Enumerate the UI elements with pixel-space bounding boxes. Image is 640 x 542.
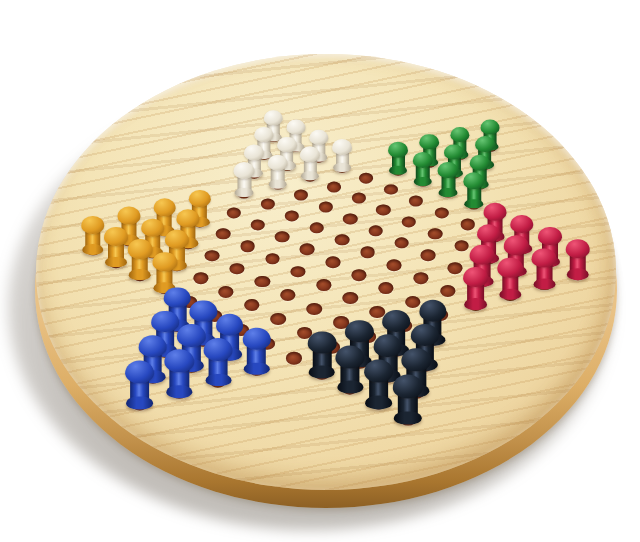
peg-blue[interactable]: [204, 338, 233, 386]
peg-cap: [510, 215, 533, 233]
peg-cap: [475, 136, 495, 151]
peg-base: [105, 257, 127, 268]
peg-cap: [244, 144, 264, 160]
hole[interactable]: [240, 241, 255, 252]
peg-cap: [188, 190, 210, 207]
hole[interactable]: [402, 216, 416, 227]
hole[interactable]: [343, 213, 357, 224]
peg-cap: [216, 314, 244, 336]
peg-base: [464, 199, 483, 209]
peg-cap: [308, 331, 337, 353]
hole[interactable]: [285, 210, 299, 221]
peg-cap: [413, 152, 433, 168]
peg-white[interactable]: [300, 147, 320, 181]
peg-cap: [498, 258, 523, 278]
hole[interactable]: [376, 204, 390, 215]
hole[interactable]: [307, 303, 323, 315]
hole[interactable]: [394, 237, 409, 248]
peg-cap: [532, 248, 557, 268]
peg-cap: [463, 267, 489, 287]
peg-base: [464, 298, 487, 310]
peg-base: [126, 396, 153, 409]
peg-green[interactable]: [413, 152, 433, 186]
peg-base: [499, 288, 522, 299]
hole[interactable]: [454, 240, 469, 251]
peg-green[interactable]: [438, 162, 459, 197]
peg-cap: [254, 127, 273, 142]
peg-base: [333, 163, 351, 172]
peg-base: [439, 188, 458, 197]
peg-red[interactable]: [566, 239, 591, 280]
peg-cap: [470, 245, 495, 264]
peg-cap: [234, 162, 255, 178]
peg-cap: [177, 210, 200, 228]
peg-cap: [419, 300, 446, 321]
hole[interactable]: [327, 181, 341, 192]
peg-cap: [177, 324, 205, 346]
peg-red[interactable]: [463, 267, 489, 310]
peg-cap: [504, 236, 528, 255]
peg-base: [365, 396, 392, 409]
hole[interactable]: [309, 222, 324, 233]
hole[interactable]: [351, 193, 365, 204]
peg-cap: [345, 321, 373, 343]
peg-black[interactable]: [308, 331, 337, 379]
hole[interactable]: [384, 184, 398, 195]
chinese-checkers-scene: [0, 0, 640, 542]
hole[interactable]: [435, 207, 449, 218]
hole[interactable]: [409, 195, 423, 206]
peg-base: [244, 362, 270, 375]
hole[interactable]: [270, 313, 286, 325]
peg-cap: [165, 349, 194, 372]
hole[interactable]: [275, 231, 290, 242]
peg-base: [82, 244, 103, 255]
peg-cap: [81, 215, 104, 233]
peg-cap: [538, 227, 562, 246]
peg-cap: [335, 345, 364, 368]
hole[interactable]: [386, 259, 401, 271]
peg-blue[interactable]: [125, 360, 155, 410]
hole[interactable]: [420, 250, 435, 262]
hole[interactable]: [360, 247, 375, 259]
hole[interactable]: [326, 256, 341, 268]
peg-base: [394, 411, 421, 425]
peg-yellow[interactable]: [81, 215, 104, 254]
peg-cap: [309, 129, 328, 144]
hole[interactable]: [216, 228, 231, 239]
peg-base: [309, 366, 335, 379]
peg-red[interactable]: [532, 248, 557, 290]
hole[interactable]: [359, 173, 373, 184]
peg-base: [268, 180, 287, 189]
hole[interactable]: [351, 269, 366, 281]
hole[interactable]: [255, 276, 270, 288]
peg-white[interactable]: [234, 162, 255, 197]
peg-green[interactable]: [463, 173, 484, 209]
hole[interactable]: [343, 292, 358, 304]
peg-cap: [566, 239, 591, 258]
peg-cap: [104, 227, 128, 246]
peg-cap: [483, 203, 506, 221]
hole[interactable]: [261, 199, 275, 210]
peg-blue[interactable]: [242, 328, 270, 375]
peg-cap: [242, 328, 270, 350]
peg-cap: [151, 311, 179, 333]
peg-cap: [300, 147, 320, 163]
hole[interactable]: [251, 219, 266, 230]
hole[interactable]: [205, 250, 220, 262]
peg-cap: [332, 139, 352, 155]
peg-cap: [153, 198, 176, 216]
peg-base: [533, 278, 555, 289]
peg-blue[interactable]: [165, 349, 194, 398]
peg-cap: [164, 287, 191, 308]
peg-cap: [128, 239, 153, 258]
hole[interactable]: [286, 352, 302, 364]
peg-cap: [117, 207, 140, 225]
peg-cap: [450, 127, 469, 142]
peg-base: [205, 373, 231, 386]
peg-cap: [190, 300, 217, 321]
peg-white[interactable]: [267, 154, 288, 188]
peg-cap: [481, 120, 500, 135]
peg-base: [301, 171, 319, 180]
peg-cap: [141, 218, 165, 236]
peg-base: [337, 381, 363, 394]
peg-black[interactable]: [335, 345, 364, 394]
peg-cap: [152, 252, 177, 272]
peg-cap: [438, 162, 459, 178]
hole[interactable]: [294, 190, 308, 201]
peg-cap: [138, 335, 167, 357]
peg-cap: [383, 310, 411, 332]
hole[interactable]: [193, 273, 208, 285]
peg-base: [129, 269, 151, 280]
hole[interactable]: [244, 299, 260, 311]
hole[interactable]: [334, 234, 349, 245]
hole[interactable]: [280, 289, 295, 301]
hole[interactable]: [290, 266, 305, 278]
peg-cap: [264, 110, 282, 124]
peg-cap: [373, 334, 402, 356]
peg-cap: [393, 374, 423, 398]
hole[interactable]: [440, 285, 455, 297]
hole[interactable]: [413, 272, 428, 284]
peg-base: [567, 269, 589, 280]
hole[interactable]: [318, 201, 332, 212]
holes-and-pegs-layer: [0, 0, 640, 542]
peg-cap: [477, 224, 501, 243]
hole[interactable]: [300, 244, 315, 255]
peg-base: [389, 166, 407, 175]
hole[interactable]: [428, 228, 443, 239]
hole[interactable]: [378, 282, 393, 294]
peg-cap: [411, 324, 439, 346]
hole[interactable]: [227, 207, 241, 218]
peg-cap: [204, 338, 233, 361]
peg-cap: [402, 349, 431, 372]
hole[interactable]: [368, 225, 383, 236]
peg-base: [414, 177, 432, 186]
hole[interactable]: [447, 262, 462, 274]
hole[interactable]: [461, 219, 476, 230]
peg-base: [166, 385, 192, 398]
peg-cap: [164, 230, 188, 249]
peg-cap: [420, 134, 440, 149]
hole[interactable]: [230, 263, 245, 275]
peg-cap: [469, 154, 490, 170]
peg-black[interactable]: [364, 360, 394, 410]
peg-cap: [388, 142, 408, 158]
peg-green[interactable]: [388, 142, 408, 175]
hole[interactable]: [218, 286, 233, 298]
peg-yellow[interactable]: [128, 239, 153, 280]
hole[interactable]: [265, 253, 280, 265]
peg-cap: [125, 360, 155, 383]
hole[interactable]: [316, 279, 331, 291]
peg-cap: [277, 137, 297, 152]
peg-yellow[interactable]: [104, 227, 128, 267]
peg-base: [235, 188, 254, 197]
peg-cap: [286, 120, 305, 135]
peg-black[interactable]: [393, 374, 423, 425]
peg-cap: [444, 144, 464, 160]
peg-cap: [364, 360, 394, 383]
peg-white[interactable]: [332, 139, 352, 172]
peg-red[interactable]: [498, 258, 523, 300]
peg-cap: [463, 173, 484, 190]
peg-cap: [267, 154, 288, 170]
